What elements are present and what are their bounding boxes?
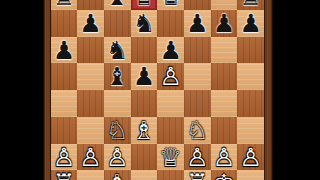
piece-white-pawn[interactable]: ♙ bbox=[184, 144, 211, 171]
piece-black-knight[interactable]: ♞ bbox=[104, 37, 131, 64]
square-c1[interactable]: ♗ bbox=[104, 170, 131, 180]
square-b6[interactable] bbox=[77, 37, 104, 64]
square-g7[interactable]: ♟ bbox=[211, 10, 238, 37]
square-a7[interactable] bbox=[51, 10, 78, 37]
piece-black-pawn[interactable]: ♟ bbox=[157, 37, 184, 64]
piece-black-king[interactable]: ♚ bbox=[157, 0, 184, 10]
piece-white-rook[interactable]: ♖ bbox=[51, 170, 78, 180]
square-h5[interactable] bbox=[237, 63, 264, 90]
piece-black-rook[interactable]: ♜ bbox=[51, 0, 78, 10]
square-e2[interactable]: ♕ bbox=[157, 144, 184, 171]
piece-white-knight[interactable]: ♘ bbox=[184, 117, 211, 144]
square-c7[interactable] bbox=[104, 10, 131, 37]
square-e8[interactable]: ♚ bbox=[157, 0, 184, 10]
piece-white-queen[interactable]: ♕ bbox=[157, 144, 184, 171]
piece-white-pawn[interactable]: ♙ bbox=[51, 144, 78, 171]
square-d2[interactable] bbox=[131, 144, 158, 171]
square-f1[interactable]: ♖ bbox=[184, 170, 211, 180]
square-e7[interactable] bbox=[157, 10, 184, 37]
square-e5[interactable]: ♙ bbox=[157, 63, 184, 90]
chess-board: ♜♝♛♚♜♟♞♟♟♟♟♞♟♝♟♙♘♗♘♙♙♙♕♙♙♙♖♗♖♔ bbox=[51, 0, 265, 180]
square-h2[interactable]: ♙ bbox=[237, 144, 264, 171]
piece-white-bishop[interactable]: ♗ bbox=[131, 117, 158, 144]
square-b3[interactable] bbox=[77, 117, 104, 144]
piece-black-knight[interactable]: ♞ bbox=[131, 10, 158, 37]
square-d5[interactable]: ♟ bbox=[131, 63, 158, 90]
square-f7[interactable]: ♟ bbox=[184, 10, 211, 37]
piece-white-pawn[interactable]: ♙ bbox=[237, 144, 264, 171]
screenshot-viewport: ♜♝♛♚♜♟♞♟♟♟♟♞♟♝♟♙♘♗♘♙♙♙♕♙♙♙♖♗♖♔ bbox=[0, 0, 320, 180]
square-g1[interactable]: ♔ bbox=[211, 170, 238, 180]
square-b7[interactable]: ♟ bbox=[77, 10, 104, 37]
square-d1[interactable] bbox=[131, 170, 158, 180]
piece-white-bishop[interactable]: ♗ bbox=[104, 170, 131, 180]
square-c6[interactable]: ♞ bbox=[104, 37, 131, 64]
square-f2[interactable]: ♙ bbox=[184, 144, 211, 171]
square-c5[interactable]: ♝ bbox=[104, 63, 131, 90]
square-h4[interactable] bbox=[237, 90, 264, 117]
square-a3[interactable] bbox=[51, 117, 78, 144]
square-e1[interactable] bbox=[157, 170, 184, 180]
square-f6[interactable] bbox=[184, 37, 211, 64]
piece-black-pawn[interactable]: ♟ bbox=[237, 10, 264, 37]
piece-white-pawn[interactable]: ♙ bbox=[77, 144, 104, 171]
square-e4[interactable] bbox=[157, 90, 184, 117]
square-g5[interactable] bbox=[211, 63, 238, 90]
piece-black-pawn[interactable]: ♟ bbox=[51, 37, 78, 64]
square-g6[interactable] bbox=[211, 37, 238, 64]
square-d7[interactable]: ♞ bbox=[131, 10, 158, 37]
square-b2[interactable]: ♙ bbox=[77, 144, 104, 171]
square-h6[interactable] bbox=[237, 37, 264, 64]
square-a1[interactable]: ♖ bbox=[51, 170, 78, 180]
square-b1[interactable] bbox=[77, 170, 104, 180]
square-b5[interactable] bbox=[77, 63, 104, 90]
square-b4[interactable] bbox=[77, 90, 104, 117]
square-e6[interactable]: ♟ bbox=[157, 37, 184, 64]
square-h7[interactable]: ♟ bbox=[237, 10, 264, 37]
square-g2[interactable]: ♙ bbox=[211, 144, 238, 171]
square-h1[interactable] bbox=[237, 170, 264, 180]
piece-black-bishop[interactable]: ♝ bbox=[104, 0, 131, 10]
square-g4[interactable] bbox=[211, 90, 238, 117]
square-a6[interactable]: ♟ bbox=[51, 37, 78, 64]
piece-white-pawn[interactable]: ♙ bbox=[211, 144, 238, 171]
square-c2[interactable]: ♙ bbox=[104, 144, 131, 171]
piece-black-pawn[interactable]: ♟ bbox=[211, 10, 238, 37]
square-a4[interactable] bbox=[51, 90, 78, 117]
piece-black-pawn[interactable]: ♟ bbox=[131, 63, 158, 90]
square-d3[interactable]: ♗ bbox=[131, 117, 158, 144]
square-a5[interactable] bbox=[51, 63, 78, 90]
square-a8[interactable]: ♜ bbox=[51, 0, 78, 10]
square-g3[interactable] bbox=[211, 117, 238, 144]
square-a2[interactable]: ♙ bbox=[51, 144, 78, 171]
piece-white-king[interactable]: ♔ bbox=[211, 170, 238, 180]
piece-white-rook[interactable]: ♖ bbox=[184, 170, 211, 180]
square-f5[interactable] bbox=[184, 63, 211, 90]
square-d4[interactable] bbox=[131, 90, 158, 117]
piece-black-bishop[interactable]: ♝ bbox=[104, 63, 131, 90]
piece-black-pawn[interactable]: ♟ bbox=[77, 10, 104, 37]
square-c3[interactable]: ♘ bbox=[104, 117, 131, 144]
square-f3[interactable]: ♘ bbox=[184, 117, 211, 144]
square-c4[interactable] bbox=[104, 90, 131, 117]
square-f4[interactable] bbox=[184, 90, 211, 117]
square-c8[interactable]: ♝ bbox=[104, 0, 131, 10]
square-e3[interactable] bbox=[157, 117, 184, 144]
piece-white-pawn[interactable]: ♙ bbox=[157, 63, 184, 90]
piece-black-pawn[interactable]: ♟ bbox=[184, 10, 211, 37]
piece-white-pawn[interactable]: ♙ bbox=[104, 144, 131, 171]
piece-white-knight[interactable]: ♘ bbox=[104, 117, 131, 144]
square-d6[interactable] bbox=[131, 37, 158, 64]
square-h3[interactable] bbox=[237, 117, 264, 144]
